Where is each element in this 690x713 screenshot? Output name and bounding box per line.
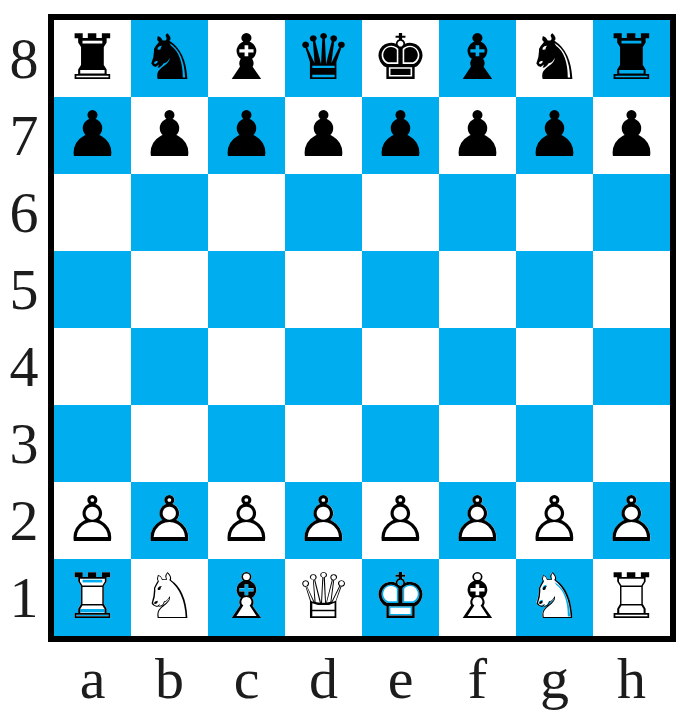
white-king: ♚♔ (362, 559, 439, 636)
square-g5[interactable] (516, 251, 593, 328)
white-pawn: ♟♙ (362, 482, 439, 559)
chess-diagram: 8 7 6 5 4 3 2 1 ♜♞♝♛♚♝♞♜♟♟♟♟♟♟♟♟♟♙♟♙♟♙♟♙… (0, 0, 690, 713)
black-pawn: ♟ (439, 97, 516, 174)
square-f3[interactable] (439, 405, 516, 482)
white-knight: ♞♘ (131, 559, 208, 636)
square-d1[interactable]: ♛♕ (285, 559, 362, 636)
black-pawn: ♟ (208, 97, 285, 174)
white-pawn: ♟♙ (516, 482, 593, 559)
square-f5[interactable] (439, 251, 516, 328)
square-a4[interactable] (54, 328, 131, 405)
square-b4[interactable] (131, 328, 208, 405)
square-d7[interactable]: ♟ (285, 97, 362, 174)
white-pawn: ♟♙ (54, 482, 131, 559)
file-label-h: h (593, 642, 670, 713)
white-bishop: ♝♗ (439, 559, 516, 636)
black-knight: ♞ (131, 20, 208, 97)
square-h4[interactable] (593, 328, 670, 405)
white-queen: ♛♕ (285, 559, 362, 636)
square-a2[interactable]: ♟♙ (54, 482, 131, 559)
file-label-f: f (439, 642, 516, 713)
black-pawn: ♟ (54, 97, 131, 174)
black-bishop: ♝ (208, 20, 285, 97)
square-d4[interactable] (285, 328, 362, 405)
white-rook: ♜♖ (54, 559, 131, 636)
black-rook: ♜ (54, 20, 131, 97)
square-e8[interactable]: ♚ (362, 20, 439, 97)
square-g1[interactable]: ♞♘ (516, 559, 593, 636)
white-pawn: ♟♙ (285, 482, 362, 559)
square-d3[interactable] (285, 405, 362, 482)
rank-label-4: 4 (10, 328, 39, 405)
rank-label-6: 6 (10, 174, 39, 251)
black-pawn: ♟ (285, 97, 362, 174)
square-e4[interactable] (362, 328, 439, 405)
square-h1[interactable]: ♜♖ (593, 559, 670, 636)
square-c1[interactable]: ♝♗ (208, 559, 285, 636)
black-knight: ♞ (516, 20, 593, 97)
square-h2[interactable]: ♟♙ (593, 482, 670, 559)
rank-label-1: 1 (10, 559, 39, 636)
square-d2[interactable]: ♟♙ (285, 482, 362, 559)
square-e2[interactable]: ♟♙ (362, 482, 439, 559)
square-a1[interactable]: ♜♖ (54, 559, 131, 636)
square-c6[interactable] (208, 174, 285, 251)
square-a6[interactable] (54, 174, 131, 251)
square-f8[interactable]: ♝ (439, 20, 516, 97)
file-label-a: a (54, 642, 131, 713)
square-d5[interactable] (285, 251, 362, 328)
white-pawn: ♟♙ (131, 482, 208, 559)
white-pawn: ♟♙ (439, 482, 516, 559)
square-g2[interactable]: ♟♙ (516, 482, 593, 559)
square-g8[interactable]: ♞ (516, 20, 593, 97)
rank-labels: 8 7 6 5 4 3 2 1 (0, 14, 48, 642)
square-a5[interactable] (54, 251, 131, 328)
chess-board: ♜♞♝♛♚♝♞♜♟♟♟♟♟♟♟♟♟♙♟♙♟♙♟♙♟♙♟♙♟♙♟♙♜♖♞♘♝♗♛♕… (54, 20, 670, 636)
rank-label-3: 3 (10, 405, 39, 482)
square-f2[interactable]: ♟♙ (439, 482, 516, 559)
square-h6[interactable] (593, 174, 670, 251)
rank-label-7: 7 (10, 97, 39, 174)
square-g7[interactable]: ♟ (516, 97, 593, 174)
square-g3[interactable] (516, 405, 593, 482)
square-b8[interactable]: ♞ (131, 20, 208, 97)
square-c5[interactable] (208, 251, 285, 328)
square-c7[interactable]: ♟ (208, 97, 285, 174)
square-c3[interactable] (208, 405, 285, 482)
square-e3[interactable] (362, 405, 439, 482)
square-c2[interactable]: ♟♙ (208, 482, 285, 559)
square-d6[interactable] (285, 174, 362, 251)
square-f7[interactable]: ♟ (439, 97, 516, 174)
square-c8[interactable]: ♝ (208, 20, 285, 97)
rank-label-2: 2 (10, 482, 39, 559)
white-bishop: ♝♗ (208, 559, 285, 636)
rank-label-5: 5 (10, 251, 39, 328)
file-label-g: g (516, 642, 593, 713)
square-b1[interactable]: ♞♘ (131, 559, 208, 636)
file-label-e: e (362, 642, 439, 713)
white-pawn: ♟♙ (593, 482, 670, 559)
square-b2[interactable]: ♟♙ (131, 482, 208, 559)
black-pawn: ♟ (516, 97, 593, 174)
file-label-b: b (131, 642, 208, 713)
square-f4[interactable] (439, 328, 516, 405)
file-label-c: c (208, 642, 285, 713)
black-bishop: ♝ (439, 20, 516, 97)
square-e7[interactable]: ♟ (362, 97, 439, 174)
square-a7[interactable]: ♟ (54, 97, 131, 174)
file-labels: a b c d e f g h (54, 642, 690, 713)
square-d8[interactable]: ♛ (285, 20, 362, 97)
square-h7[interactable]: ♟ (593, 97, 670, 174)
square-b7[interactable]: ♟ (131, 97, 208, 174)
square-a3[interactable] (54, 405, 131, 482)
square-f1[interactable]: ♝♗ (439, 559, 516, 636)
square-h3[interactable] (593, 405, 670, 482)
rank-label-8: 8 (10, 20, 39, 97)
black-pawn: ♟ (362, 97, 439, 174)
black-king: ♚ (362, 20, 439, 97)
square-e5[interactable] (362, 251, 439, 328)
square-f6[interactable] (439, 174, 516, 251)
square-g4[interactable] (516, 328, 593, 405)
square-h5[interactable] (593, 251, 670, 328)
square-b3[interactable] (131, 405, 208, 482)
square-e6[interactable] (362, 174, 439, 251)
file-label-d: d (285, 642, 362, 713)
square-c4[interactable] (208, 328, 285, 405)
square-a8[interactable]: ♜ (54, 20, 131, 97)
white-rook: ♜♖ (593, 559, 670, 636)
square-b6[interactable] (131, 174, 208, 251)
black-rook: ♜ (593, 20, 670, 97)
black-pawn: ♟ (593, 97, 670, 174)
square-g6[interactable] (516, 174, 593, 251)
chess-board-frame: ♜♞♝♛♚♝♞♜♟♟♟♟♟♟♟♟♟♙♟♙♟♙♟♙♟♙♟♙♟♙♟♙♜♖♞♘♝♗♛♕… (48, 14, 676, 642)
square-e1[interactable]: ♚♔ (362, 559, 439, 636)
square-h8[interactable]: ♜ (593, 20, 670, 97)
square-b5[interactable] (131, 251, 208, 328)
black-queen: ♛ (285, 20, 362, 97)
black-pawn: ♟ (131, 97, 208, 174)
white-pawn: ♟♙ (208, 482, 285, 559)
white-knight: ♞♘ (516, 559, 593, 636)
board-area: 8 7 6 5 4 3 2 1 ♜♞♝♛♚♝♞♜♟♟♟♟♟♟♟♟♟♙♟♙♟♙♟♙… (0, 0, 690, 642)
